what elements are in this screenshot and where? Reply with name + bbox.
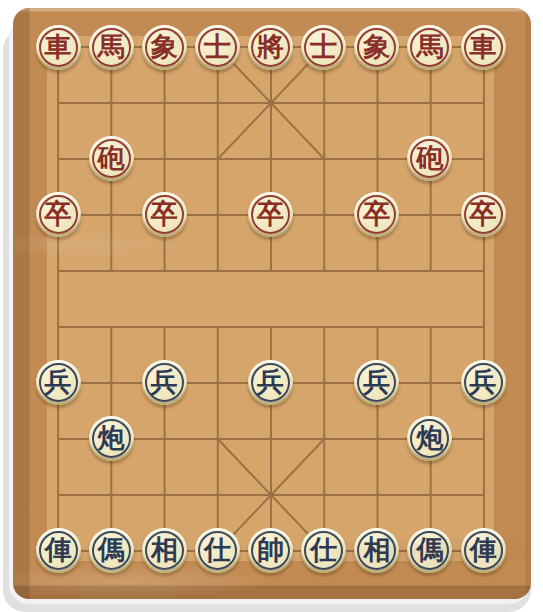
xiangqi-board: 車馬象士將士象馬車砲砲卒卒卒卒卒兵兵兵兵兵炮炮俥傌相仕帥仕相傌俥 <box>13 8 531 599</box>
piece-glyph: 馬 <box>416 33 443 60</box>
piece-horse-top[interactable]: 馬 <box>407 25 452 70</box>
piece-glyph: 炮 <box>98 424 125 451</box>
piece-glyph: 象 <box>363 33 390 60</box>
piece-glyph: 卒 <box>45 200 72 227</box>
board-grid[interactable] <box>58 47 484 551</box>
piece-horse-top[interactable]: 馬 <box>89 25 134 70</box>
piece-glyph: 砲 <box>98 144 125 171</box>
piece-soldier-bottom[interactable]: 兵 <box>461 360 506 405</box>
piece-glyph: 仕 <box>204 536 231 563</box>
piece-glyph: 兵 <box>470 368 497 395</box>
piece-elephant-top[interactable]: 象 <box>354 25 399 70</box>
piece-soldier-bottom[interactable]: 兵 <box>248 360 293 405</box>
piece-soldier-top[interactable]: 卒 <box>36 192 81 237</box>
piece-glyph: 將 <box>257 33 284 60</box>
piece-elephant-top[interactable]: 象 <box>142 25 187 70</box>
piece-glyph: 車 <box>470 33 497 60</box>
piece-glyph: 相 <box>363 536 390 563</box>
piece-cannon-bottom[interactable]: 炮 <box>89 416 134 461</box>
piece-horse-bottom[interactable]: 傌 <box>89 528 134 573</box>
piece-advisor-top[interactable]: 士 <box>301 25 346 70</box>
piece-general-top[interactable]: 將 <box>248 25 293 70</box>
piece-soldier-top[interactable]: 卒 <box>142 192 187 237</box>
piece-glyph: 兵 <box>45 368 72 395</box>
piece-glyph: 兵 <box>363 368 390 395</box>
piece-chariot-top[interactable]: 車 <box>461 25 506 70</box>
piece-glyph: 象 <box>151 33 178 60</box>
piece-glyph: 士 <box>310 33 337 60</box>
piece-general-bottom[interactable]: 帥 <box>248 528 293 573</box>
piece-soldier-bottom[interactable]: 兵 <box>36 360 81 405</box>
piece-glyph: 兵 <box>151 368 178 395</box>
piece-glyph: 卒 <box>151 200 178 227</box>
piece-glyph: 傌 <box>98 536 125 563</box>
piece-glyph: 兵 <box>257 368 284 395</box>
piece-glyph: 車 <box>45 33 72 60</box>
piece-cannon-top[interactable]: 砲 <box>89 136 134 181</box>
piece-advisor-bottom[interactable]: 仕 <box>301 528 346 573</box>
piece-elephant-bottom[interactable]: 相 <box>354 528 399 573</box>
piece-glyph: 砲 <box>416 144 443 171</box>
piece-soldier-top[interactable]: 卒 <box>248 192 293 237</box>
piece-advisor-top[interactable]: 士 <box>195 25 240 70</box>
piece-chariot-bottom[interactable]: 俥 <box>461 528 506 573</box>
piece-glyph: 卒 <box>257 200 284 227</box>
piece-glyph: 傌 <box>416 536 443 563</box>
piece-glyph: 卒 <box>470 200 497 227</box>
xiangqi-illustration: 車馬象士將士象馬車砲砲卒卒卒卒卒兵兵兵兵兵炮炮俥傌相仕帥仕相傌俥 <box>0 0 543 612</box>
piece-advisor-bottom[interactable]: 仕 <box>195 528 240 573</box>
piece-glyph: 仕 <box>310 536 337 563</box>
piece-soldier-bottom[interactable]: 兵 <box>354 360 399 405</box>
piece-glyph: 士 <box>204 33 231 60</box>
piece-glyph: 帥 <box>257 536 284 563</box>
piece-soldier-bottom[interactable]: 兵 <box>142 360 187 405</box>
piece-elephant-bottom[interactable]: 相 <box>142 528 187 573</box>
piece-soldier-top[interactable]: 卒 <box>461 192 506 237</box>
piece-horse-bottom[interactable]: 傌 <box>407 528 452 573</box>
piece-glyph: 俥 <box>45 536 72 563</box>
piece-glyph: 馬 <box>98 33 125 60</box>
piece-chariot-bottom[interactable]: 俥 <box>36 528 81 573</box>
piece-glyph: 炮 <box>416 424 443 451</box>
piece-glyph: 相 <box>151 536 178 563</box>
piece-glyph: 卒 <box>363 200 390 227</box>
piece-cannon-bottom[interactable]: 炮 <box>407 416 452 461</box>
piece-glyph: 俥 <box>470 536 497 563</box>
piece-chariot-top[interactable]: 車 <box>36 25 81 70</box>
